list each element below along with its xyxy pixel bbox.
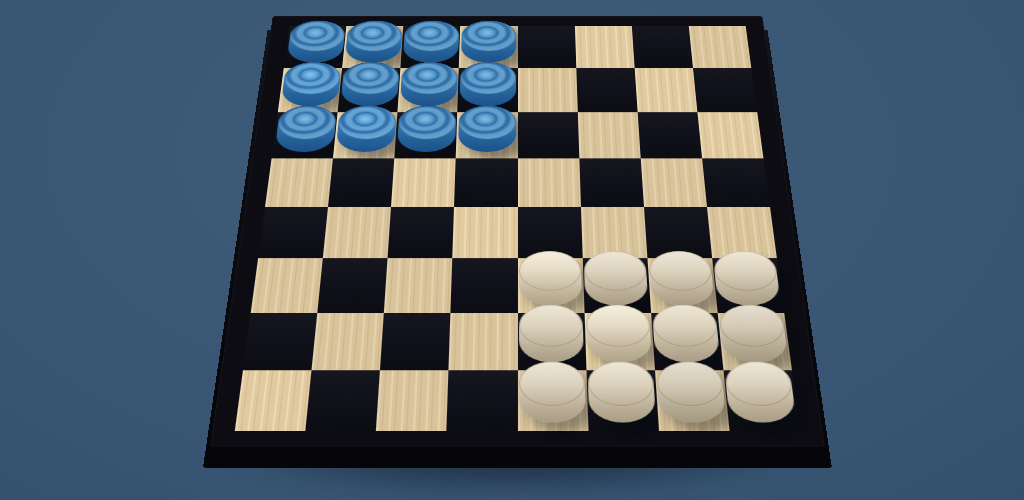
checker-top-face bbox=[586, 305, 652, 347]
blue-checker[interactable] bbox=[461, 21, 516, 63]
square-b4[interactable] bbox=[323, 207, 391, 258]
white-checker[interactable] bbox=[587, 362, 656, 423]
square-b6[interactable] bbox=[333, 112, 398, 158]
checker-top-face bbox=[519, 362, 585, 406]
square-e7[interactable] bbox=[518, 68, 578, 112]
square-a2[interactable] bbox=[243, 313, 317, 370]
square-d1[interactable] bbox=[447, 370, 518, 431]
square-g8[interactable] bbox=[632, 26, 693, 68]
blue-checker[interactable] bbox=[400, 62, 458, 106]
blue-checker[interactable] bbox=[402, 21, 459, 63]
square-h1[interactable] bbox=[723, 370, 800, 431]
square-g6[interactable] bbox=[637, 112, 702, 158]
blue-checker[interactable] bbox=[280, 62, 341, 106]
square-a3[interactable] bbox=[251, 258, 323, 312]
square-f5[interactable] bbox=[579, 158, 644, 207]
blue-checker[interactable] bbox=[286, 21, 346, 63]
blue-checker[interactable] bbox=[396, 106, 456, 152]
white-checker[interactable] bbox=[724, 362, 797, 423]
square-h8[interactable] bbox=[689, 26, 752, 68]
square-d4[interactable] bbox=[453, 207, 518, 258]
white-checker[interactable] bbox=[648, 251, 715, 305]
board-grid bbox=[235, 26, 800, 431]
white-checker[interactable] bbox=[718, 305, 789, 363]
white-checker[interactable] bbox=[713, 251, 782, 305]
blue-checker[interactable] bbox=[458, 106, 516, 152]
square-h7[interactable] bbox=[693, 68, 757, 112]
square-c1[interactable] bbox=[376, 370, 449, 431]
square-e5[interactable] bbox=[518, 158, 581, 207]
blue-checker[interactable] bbox=[340, 62, 400, 106]
white-checker[interactable] bbox=[519, 251, 582, 305]
white-checker[interactable] bbox=[584, 251, 649, 305]
square-a4[interactable] bbox=[258, 207, 328, 258]
square-a6[interactable] bbox=[272, 112, 338, 158]
square-d5[interactable] bbox=[454, 158, 517, 207]
square-a1[interactable] bbox=[235, 370, 312, 431]
square-c5[interactable] bbox=[391, 158, 456, 207]
white-checker[interactable] bbox=[656, 362, 727, 423]
square-e6[interactable] bbox=[518, 112, 579, 158]
square-f7[interactable] bbox=[576, 68, 637, 112]
white-checker[interactable] bbox=[652, 305, 721, 363]
square-d6[interactable] bbox=[456, 112, 517, 158]
square-a5[interactable] bbox=[265, 158, 333, 207]
white-checker[interactable] bbox=[519, 362, 586, 423]
square-h6[interactable] bbox=[697, 112, 763, 158]
square-d3[interactable] bbox=[451, 258, 518, 312]
square-b5[interactable] bbox=[328, 158, 394, 207]
square-f1[interactable] bbox=[586, 370, 659, 431]
blue-checker[interactable] bbox=[274, 106, 337, 152]
square-d2[interactable] bbox=[449, 313, 518, 370]
scene-background bbox=[0, 0, 1024, 500]
perspective-viewport bbox=[0, 0, 1024, 500]
square-g7[interactable] bbox=[634, 68, 697, 112]
square-g5[interactable] bbox=[640, 158, 706, 207]
checker-top-face bbox=[519, 251, 582, 290]
white-checker[interactable] bbox=[519, 305, 584, 363]
square-f6[interactable] bbox=[577, 112, 640, 158]
square-e8[interactable] bbox=[518, 26, 576, 68]
square-c3[interactable] bbox=[384, 258, 453, 312]
square-g1[interactable] bbox=[655, 370, 730, 431]
white-checker[interactable] bbox=[586, 305, 653, 363]
blue-checker[interactable] bbox=[459, 62, 516, 106]
square-c4[interactable] bbox=[388, 207, 455, 258]
square-b3[interactable] bbox=[317, 258, 387, 312]
square-e1[interactable] bbox=[517, 370, 588, 431]
checker-top-face bbox=[460, 62, 516, 94]
checker-top-face bbox=[519, 305, 583, 347]
checker-top-face bbox=[458, 106, 516, 140]
square-c6[interactable] bbox=[395, 112, 458, 158]
blue-checker[interactable] bbox=[344, 21, 402, 63]
square-b2[interactable] bbox=[312, 313, 384, 370]
checker-top-face bbox=[461, 21, 516, 51]
square-h5[interactable] bbox=[702, 158, 770, 207]
checkers-board bbox=[210, 16, 825, 446]
square-c2[interactable] bbox=[380, 313, 451, 370]
square-b1[interactable] bbox=[305, 370, 380, 431]
checker-top-face bbox=[587, 362, 655, 406]
checker-top-face bbox=[584, 251, 648, 290]
square-f8[interactable] bbox=[575, 26, 635, 68]
blue-checker[interactable] bbox=[335, 106, 396, 152]
